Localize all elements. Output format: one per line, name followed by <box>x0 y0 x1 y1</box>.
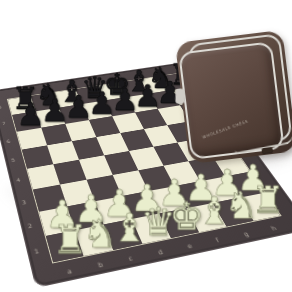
file-label-e: e <box>186 243 193 250</box>
rank-label-1: 1 <box>34 248 40 255</box>
product-photo: ♜♞♝♛♚♝♞♜♟♟♟♟♟♟♟♟♟♟♟♟♟♟♟♟♜♞♝♛♚♝♞♜ abcdefg… <box>0 0 292 292</box>
black-pawn[interactable]: ♟ <box>16 99 41 131</box>
rank-label-4: 4 <box>16 178 21 184</box>
bag-brand-text: WHOLESALE CHESS <box>201 118 248 139</box>
white-rook[interactable]: ♜ <box>52 220 83 260</box>
bag-side-tab <box>175 89 184 104</box>
bag-body: WHOLESALE CHESS <box>175 30 292 164</box>
rank-label-8: 8 <box>0 105 2 109</box>
file-label-f: f <box>215 237 221 243</box>
square-c4[interactable] <box>79 155 113 179</box>
square-a1[interactable]: ♜ <box>46 230 84 262</box>
rank-label-6: 6 <box>6 139 11 144</box>
rank-label-5: 5 <box>11 158 16 163</box>
rank-label-7: 7 <box>2 122 7 126</box>
square-b4[interactable] <box>53 160 86 185</box>
file-label-b: b <box>97 261 104 268</box>
file-label-d: d <box>157 249 164 256</box>
file-label-g: g <box>242 231 250 238</box>
square-a7[interactable]: ♟ <box>12 111 41 131</box>
square-c5[interactable] <box>72 137 104 160</box>
square-a5[interactable] <box>22 145 53 168</box>
rank-label-2: 2 <box>27 223 33 229</box>
file-label-c: c <box>127 255 133 262</box>
file-label-h: h <box>270 225 278 232</box>
rank-label-3: 3 <box>21 199 26 205</box>
bag-zipper-pull-icon <box>261 147 273 153</box>
file-label-a: a <box>66 268 72 275</box>
carry-bag: WHOLESALE CHESS <box>175 30 292 164</box>
